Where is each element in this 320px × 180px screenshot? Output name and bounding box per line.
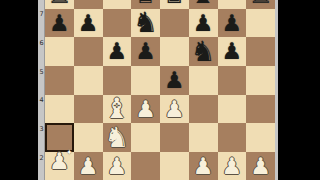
- rank-label-7: 7: [38, 11, 45, 18]
- square-b7[interactable]: ♟: [74, 9, 103, 38]
- black-pawn-e5[interactable]: ♟: [164, 69, 185, 92]
- square-g5[interactable]: [218, 66, 247, 95]
- square-b4[interactable]: [74, 95, 103, 124]
- black-pawn-f7[interactable]: ♟: [193, 12, 214, 35]
- black-pawn-g7[interactable]: ♟: [222, 12, 243, 35]
- square-h2[interactable]: ♟: [246, 152, 275, 180]
- square-d7[interactable]: ♞: [131, 9, 160, 38]
- square-e8[interactable]: ♚: [160, 0, 189, 9]
- square-b6[interactable]: [74, 37, 103, 66]
- square-h4[interactable]: [246, 95, 275, 124]
- square-h7[interactable]: [246, 9, 275, 38]
- white-pawn-d4[interactable]: ♟: [135, 98, 156, 121]
- square-b8[interactable]: [74, 0, 103, 9]
- white-bishop-c4[interactable]: ♝: [104, 95, 129, 123]
- square-f4[interactable]: [189, 95, 218, 124]
- rank-label-6: 6: [38, 40, 45, 47]
- board-right-edge: [275, 0, 278, 180]
- rank-label-4: 4: [38, 97, 45, 104]
- chess-board[interactable]: ♜♛♚♝♜♟♟♞♟♟♟♟♞♟♟♝♟♟♞♟♟♟♟♟♟♜♝♛♚♜: [45, 0, 275, 180]
- rank-label-2: 2: [38, 155, 45, 162]
- black-knight-f6[interactable]: ♞: [191, 38, 216, 66]
- square-d4[interactable]: ♟: [131, 95, 160, 124]
- square-f2[interactable]: ♟: [189, 152, 218, 180]
- black-rook-h8[interactable]: ♜: [248, 0, 273, 8]
- square-c7[interactable]: [103, 9, 132, 38]
- white-pawn-h2[interactable]: ♟: [250, 155, 271, 178]
- square-b3[interactable]: [74, 123, 103, 152]
- white-pawn-g2[interactable]: ♟: [222, 155, 243, 178]
- chess-app-frame: 765432 ♜♛♚♝♜♟♟♞♟♟♟♟♞♟♟♝♟♟♞♟♟♟♟♟♟♜♝♛♚♜ ✦: [0, 0, 320, 180]
- white-pawn-f2[interactable]: ♟: [193, 155, 214, 178]
- square-a6[interactable]: [45, 37, 74, 66]
- square-g8[interactable]: [218, 0, 247, 9]
- square-g3[interactable]: [218, 123, 247, 152]
- black-king-e8[interactable]: ♚: [162, 0, 187, 8]
- square-a8[interactable]: ♜: [45, 0, 74, 9]
- square-a4[interactable]: [45, 95, 74, 124]
- square-e3[interactable]: [160, 123, 189, 152]
- square-c2[interactable]: ♟: [103, 152, 132, 180]
- square-a5[interactable]: [45, 66, 74, 95]
- square-g6[interactable]: ♟: [218, 37, 247, 66]
- square-c3[interactable]: ♞: [103, 123, 132, 152]
- square-a7[interactable]: ♟: [45, 9, 74, 38]
- square-h3[interactable]: [246, 123, 275, 152]
- rank-label-5: 5: [38, 69, 45, 76]
- rank-label-3: 3: [38, 126, 45, 133]
- square-e2[interactable]: [160, 152, 189, 180]
- square-d2[interactable]: [131, 152, 160, 180]
- square-b5[interactable]: [74, 66, 103, 95]
- square-h8[interactable]: ♜: [246, 0, 275, 9]
- white-pawn-c2[interactable]: ♟: [107, 155, 128, 178]
- black-pawn-c6[interactable]: ♟: [107, 40, 128, 63]
- square-f7[interactable]: ♟: [189, 9, 218, 38]
- white-knight-c3[interactable]: ♞: [104, 124, 129, 152]
- square-c6[interactable]: ♟: [103, 37, 132, 66]
- black-pawn-b7[interactable]: ♟: [78, 12, 99, 35]
- square-c4[interactable]: ♝: [103, 95, 132, 124]
- square-e6[interactable]: [160, 37, 189, 66]
- black-pawn-g6[interactable]: ♟: [222, 40, 243, 63]
- black-knight-d7[interactable]: ♞: [133, 9, 158, 37]
- square-f5[interactable]: [189, 66, 218, 95]
- black-rook-a8[interactable]: ♜: [47, 0, 72, 8]
- right-black-bar: [278, 0, 320, 180]
- square-b2[interactable]: ♟: [74, 152, 103, 180]
- black-bishop-f8[interactable]: ♝: [191, 0, 216, 8]
- square-d6[interactable]: ♟: [131, 37, 160, 66]
- square-g4[interactable]: [218, 95, 247, 124]
- square-d5[interactable]: [131, 66, 160, 95]
- square-c8[interactable]: [103, 0, 132, 9]
- square-g7[interactable]: ♟: [218, 9, 247, 38]
- square-f8[interactable]: ♝: [189, 0, 218, 9]
- square-h5[interactable]: [246, 66, 275, 95]
- square-c5[interactable]: [103, 66, 132, 95]
- square-d3[interactable]: [131, 123, 160, 152]
- white-pawn-b2[interactable]: ♟: [78, 155, 99, 178]
- black-pawn-a7[interactable]: ♟: [49, 12, 70, 35]
- square-f3[interactable]: [189, 123, 218, 152]
- square-h6[interactable]: [246, 37, 275, 66]
- white-pawn-a2[interactable]: ♟: [49, 150, 70, 173]
- square-e5[interactable]: ♟: [160, 66, 189, 95]
- square-e4[interactable]: ♟: [160, 95, 189, 124]
- rank-coordinate-strip: 765432: [38, 0, 45, 180]
- left-black-bar: [0, 0, 38, 180]
- square-a2[interactable]: ♟: [45, 152, 74, 180]
- square-e7[interactable]: [160, 9, 189, 38]
- black-pawn-d6[interactable]: ♟: [135, 40, 156, 63]
- square-f6[interactable]: ♞: [189, 37, 218, 66]
- white-pawn-e4[interactable]: ♟: [164, 98, 185, 121]
- square-g2[interactable]: ♟: [218, 152, 247, 180]
